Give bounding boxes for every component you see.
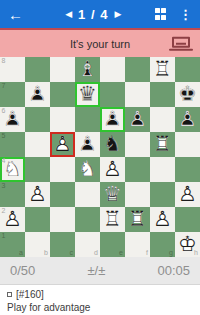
piece-black-bishop: ♝♗ <box>75 57 100 82</box>
square-d6[interactable] <box>75 107 100 132</box>
grid-view-icon[interactable] <box>155 8 167 20</box>
square-b8[interactable] <box>25 57 50 82</box>
piece-black-pawn: ♟♙ <box>25 82 50 107</box>
piece-black-pawn: ♟♙ <box>125 107 150 132</box>
square-c6[interactable] <box>50 107 75 132</box>
square-b2[interactable] <box>25 207 50 232</box>
square-h5[interactable] <box>175 132 200 157</box>
rank-label: 6 <box>2 107 6 115</box>
pager: ◀ 1 / 4 ▶ <box>32 7 155 22</box>
square-f8[interactable] <box>125 57 150 82</box>
file-label: e <box>119 249 123 257</box>
square-a7[interactable]: 7 <box>0 82 25 107</box>
square-g7[interactable] <box>150 82 175 107</box>
square-e1[interactable]: e <box>100 232 125 257</box>
piece-white-queen: ♛♕ <box>100 182 125 207</box>
square-c2[interactable] <box>50 207 75 232</box>
square-e4[interactable]: ♟♙ <box>100 157 125 182</box>
status-bar: 0/50 ±/± 00:05 <box>0 257 200 285</box>
square-c3[interactable] <box>50 182 75 207</box>
square-c4[interactable] <box>50 157 75 182</box>
piece-black-pawn: ♟♙ <box>175 107 200 132</box>
puzzle-info: [#160] Play for advantage <box>0 285 200 315</box>
piece-black-king: ♚♔ <box>175 82 200 107</box>
square-g5[interactable]: ♜♖ <box>150 132 175 157</box>
square-g1[interactable]: g <box>150 232 175 257</box>
square-b1[interactable]: b <box>25 232 50 257</box>
piece-white-rook: ♜♖ <box>125 207 150 232</box>
square-f2[interactable]: ♜♖ <box>125 207 150 232</box>
puzzle-id-line: [#160] <box>7 288 193 301</box>
square-f7[interactable] <box>125 82 150 107</box>
square-e3[interactable]: ♛♕ <box>100 182 125 207</box>
piece-white-rook: ♜♖ <box>100 207 125 232</box>
puzzle-goal: Play for advantage <box>7 301 193 314</box>
square-d5[interactable]: ♟♙ <box>75 132 100 157</box>
app: ← ◀ 1 / 4 ▶ ⋮ It's your turn 8♝♗♜♖7♟♙♛♕♚… <box>0 0 200 315</box>
puzzle-id: [#160] <box>16 288 44 301</box>
square-a2[interactable]: 2♟♙ <box>0 207 25 232</box>
evaluation-label: ±/± <box>87 263 105 278</box>
square-f4[interactable] <box>125 157 150 182</box>
timer: 00:05 <box>157 263 190 278</box>
file-label: h <box>194 249 198 257</box>
piece-white-pawn: ♟♙ <box>150 207 175 232</box>
piece-white-pawn: ♟♙ <box>175 182 200 207</box>
computer-opponent-icon <box>169 36 193 51</box>
progress-counter: 0/50 <box>10 263 35 278</box>
square-f5[interactable] <box>125 132 150 157</box>
square-f3[interactable] <box>125 182 150 207</box>
square-b6[interactable] <box>25 107 50 132</box>
square-d1[interactable]: d <box>75 232 100 257</box>
square-g4[interactable] <box>150 157 175 182</box>
piece-black-pawn: ♟♙ <box>75 132 100 157</box>
square-g6[interactable] <box>150 107 175 132</box>
square-h1[interactable]: h♚♔ <box>175 232 200 257</box>
square-c1[interactable]: c <box>50 232 75 257</box>
square-g2[interactable]: ♟♙ <box>150 207 175 232</box>
piece-white-rook: ♜♖ <box>150 57 175 82</box>
square-c7[interactable] <box>50 82 75 107</box>
square-h7[interactable]: ♚♔ <box>175 82 200 107</box>
piece-white-pawn: ♟♙ <box>50 132 75 157</box>
file-label: f <box>146 249 148 257</box>
piece-black-queen: ♛♕ <box>75 82 100 107</box>
rank-label: 8 <box>2 57 6 65</box>
square-d4[interactable]: ♞♘ <box>75 157 100 182</box>
square-a3[interactable]: 3 <box>0 182 25 207</box>
file-label: d <box>94 249 98 257</box>
square-f1[interactable]: f <box>125 232 150 257</box>
square-h8[interactable] <box>175 57 200 82</box>
file-label: g <box>169 249 173 257</box>
rank-label: 5 <box>2 132 6 140</box>
pager-label: 1 / 4 <box>78 7 108 22</box>
white-to-move-icon <box>7 292 12 297</box>
square-e6[interactable]: ♟♙ <box>100 107 125 132</box>
square-a1[interactable]: 1a <box>0 232 25 257</box>
pager-next-icon[interactable]: ▶ <box>114 9 121 19</box>
square-d8[interactable]: ♝♗ <box>75 57 100 82</box>
square-g3[interactable] <box>150 182 175 207</box>
square-h4[interactable] <box>175 157 200 182</box>
file-label: a <box>19 249 23 257</box>
piece-white-pawn: ♟♙ <box>25 182 50 207</box>
piece-white-knight: ♞♘ <box>75 157 100 182</box>
square-e5[interactable]: ♞♘ <box>100 132 125 157</box>
square-c5[interactable]: ♟♙ <box>50 132 75 157</box>
square-a8[interactable]: 8 <box>0 57 25 82</box>
square-a6[interactable]: 6♟♙ <box>0 107 25 132</box>
square-d3[interactable] <box>75 182 100 207</box>
back-arrow-icon[interactable]: ← <box>8 6 32 23</box>
square-c8[interactable] <box>50 57 75 82</box>
square-h2[interactable] <box>175 207 200 232</box>
rank-label: 3 <box>2 182 6 190</box>
square-e8[interactable] <box>100 57 125 82</box>
square-g8[interactable]: ♜♖ <box>150 57 175 82</box>
square-h6[interactable]: ♟♙ <box>175 107 200 132</box>
square-b3[interactable]: ♟♙ <box>25 182 50 207</box>
square-d2[interactable] <box>75 207 100 232</box>
turn-banner: It's your turn <box>0 28 200 57</box>
square-e2[interactable]: ♜♖ <box>100 207 125 232</box>
file-label: b <box>44 249 48 257</box>
square-e7[interactable] <box>100 82 125 107</box>
square-a4[interactable]: 4♞♘ <box>0 157 25 182</box>
square-h3[interactable]: ♟♙ <box>175 182 200 207</box>
rank-label: 7 <box>2 82 6 90</box>
square-b7[interactable]: ♟♙ <box>25 82 50 107</box>
piece-black-knight: ♞♘ <box>100 132 125 157</box>
file-label: c <box>70 249 74 257</box>
top-bar-actions: ⋮ <box>155 7 193 22</box>
overflow-menu-icon[interactable]: ⋮ <box>179 7 192 22</box>
square-f6[interactable]: ♟♙ <box>125 107 150 132</box>
square-b5[interactable] <box>25 132 50 157</box>
chess-board: 8♝♗♜♖7♟♙♛♕♚♔6♟♙♟♙♟♙♟♙5♟♙♟♙♞♘♜♖4♞♘♞♘♟♙3♟♙… <box>0 57 200 257</box>
top-bar: ← ◀ 1 / 4 ▶ ⋮ <box>0 0 200 28</box>
rank-label: 2 <box>2 207 6 215</box>
turn-banner-text: It's your turn <box>70 38 130 50</box>
piece-white-pawn: ♟♙ <box>100 157 125 182</box>
rank-label: 1 <box>2 232 6 240</box>
square-d7[interactable]: ♛♕ <box>75 82 100 107</box>
square-a5[interactable]: 5 <box>0 132 25 157</box>
piece-white-rook: ♜♖ <box>150 132 175 157</box>
piece-black-pawn: ♟♙ <box>100 107 125 132</box>
pager-prev-icon[interactable]: ◀ <box>65 9 72 19</box>
rank-label: 4 <box>2 157 6 165</box>
square-b4[interactable] <box>25 157 50 182</box>
